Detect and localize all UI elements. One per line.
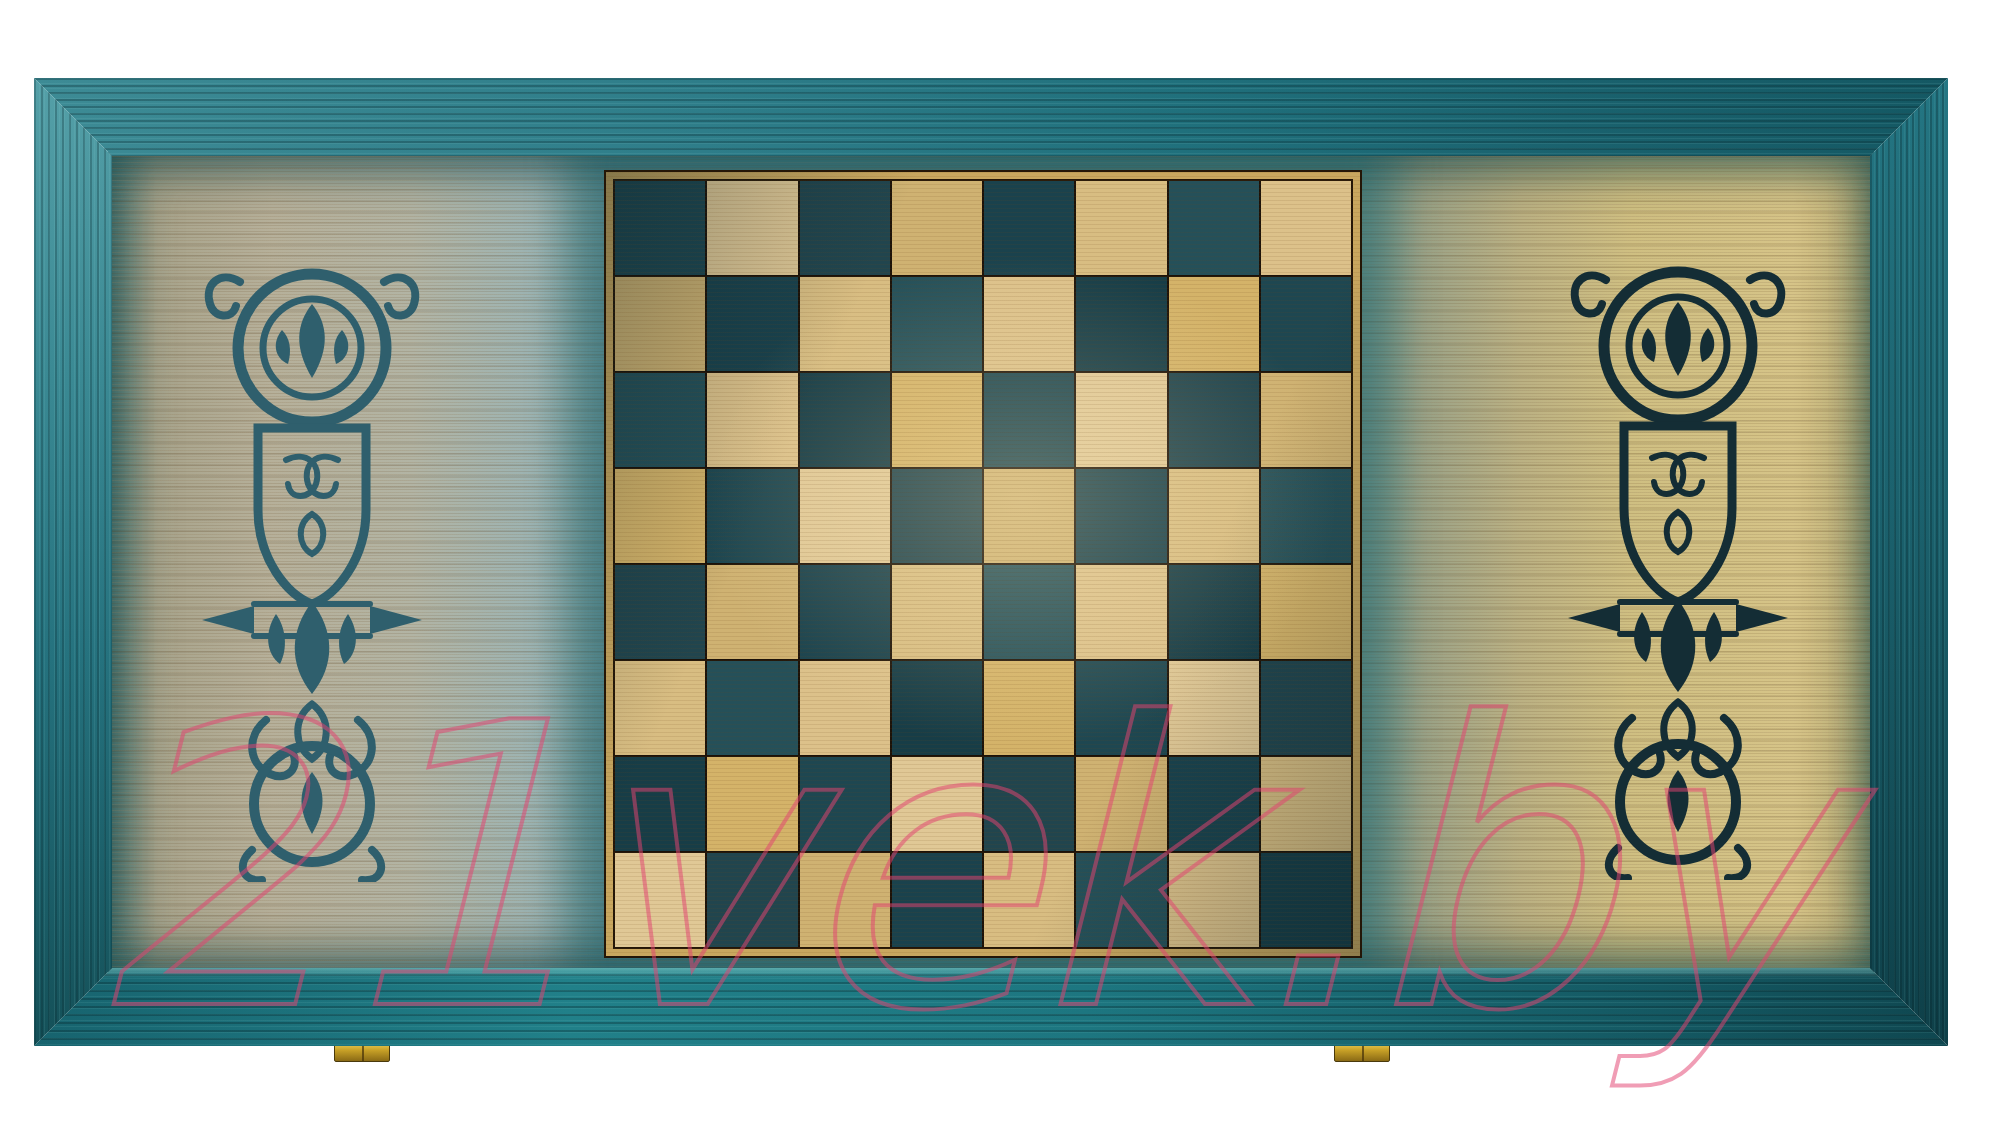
board-square (615, 661, 705, 755)
product-photo: 21vek.by (0, 0, 2000, 1125)
board-square (892, 757, 982, 851)
board-square (707, 853, 797, 947)
board-square (1261, 757, 1351, 851)
board-square (615, 469, 705, 563)
board-square (892, 277, 982, 371)
board-square (892, 661, 982, 755)
board-square (892, 853, 982, 947)
board-square (707, 277, 797, 371)
board-square (984, 661, 1074, 755)
board-square (1169, 181, 1259, 275)
board-square (892, 565, 982, 659)
board-square (800, 565, 890, 659)
board-square (892, 373, 982, 467)
board-square (615, 277, 705, 371)
board-square (707, 373, 797, 467)
game-box-lid (34, 78, 1948, 1046)
board-square (707, 469, 797, 563)
board-square (800, 757, 890, 851)
arabesque-ornament-right (1562, 250, 1794, 880)
board-square (615, 757, 705, 851)
chessboard (604, 170, 1362, 958)
board-square (1076, 757, 1166, 851)
board-square (615, 853, 705, 947)
board-square (1261, 565, 1351, 659)
board-square (1169, 469, 1259, 563)
board-square (984, 757, 1074, 851)
arabesque-ornament-left (196, 252, 428, 882)
board-square (984, 181, 1074, 275)
board-square (707, 565, 797, 659)
board-square (892, 469, 982, 563)
board-square (984, 469, 1074, 563)
board-square (707, 757, 797, 851)
board-square (615, 565, 705, 659)
board-square (1076, 277, 1166, 371)
board-square (707, 661, 797, 755)
board-square (984, 565, 1074, 659)
board-square (800, 181, 890, 275)
board-square (1169, 853, 1259, 947)
board-square (615, 181, 705, 275)
board-square (984, 373, 1074, 467)
board-square (800, 277, 890, 371)
board-square (1076, 661, 1166, 755)
board-square (1169, 373, 1259, 467)
board-square (1076, 853, 1166, 947)
board-square (1076, 181, 1166, 275)
board-square (800, 469, 890, 563)
board-square (615, 373, 705, 467)
board-square (1261, 373, 1351, 467)
board-square (1261, 661, 1351, 755)
chessboard-grid (613, 179, 1353, 949)
board-square (984, 853, 1074, 947)
board-square (892, 181, 982, 275)
board-square (800, 661, 890, 755)
board-square (1169, 565, 1259, 659)
board-square (800, 853, 890, 947)
board-square (1261, 181, 1351, 275)
board-square (1076, 373, 1166, 467)
board-square (1169, 277, 1259, 371)
board-square (800, 373, 890, 467)
board-square (1261, 853, 1351, 947)
board-square (707, 181, 797, 275)
board-square (984, 277, 1074, 371)
board-square (1076, 565, 1166, 659)
wood-panel (112, 156, 1870, 968)
board-square (1169, 757, 1259, 851)
board-square (1076, 469, 1166, 563)
board-square (1169, 661, 1259, 755)
board-square (1261, 469, 1351, 563)
board-square (1261, 277, 1351, 371)
